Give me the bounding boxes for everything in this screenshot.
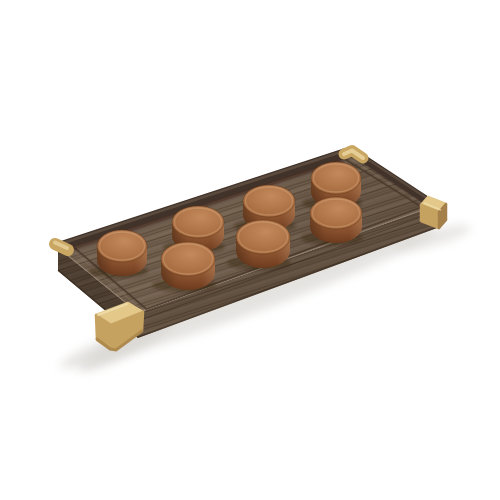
brass-corner-top	[344, 151, 363, 159]
brass-corner-right	[421, 197, 446, 228]
tray-scene	[0, 0, 500, 500]
brass-corner-left	[55, 243, 68, 251]
product-image-stage	[0, 0, 500, 500]
